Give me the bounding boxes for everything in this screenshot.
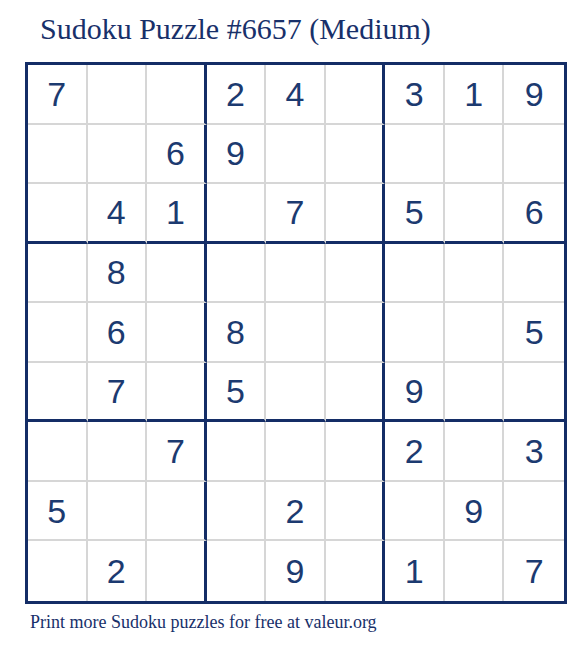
cell-r9c3 xyxy=(147,541,207,601)
cell-r4c6 xyxy=(326,244,386,304)
cell-r6c3 xyxy=(147,363,207,423)
cell-r1c6 xyxy=(326,65,386,125)
cell-r4c5 xyxy=(266,244,326,304)
cell-r9c4 xyxy=(207,541,267,601)
cell-r6c2: 7 xyxy=(88,363,148,423)
cell-r9c6 xyxy=(326,541,386,601)
cell-r1c1: 7 xyxy=(28,65,88,125)
cell-r9c9: 7 xyxy=(504,541,564,601)
cell-r4c1 xyxy=(28,244,88,304)
sudoku-page: Sudoku Puzzle #6657 (Medium) 72431969417… xyxy=(0,0,574,651)
cell-r5c5 xyxy=(266,303,326,363)
cell-r2c7 xyxy=(385,125,445,185)
cell-r7c8 xyxy=(445,422,505,482)
cell-r1c9: 9 xyxy=(504,65,564,125)
cell-r6c6 xyxy=(326,363,386,423)
cell-r6c4: 5 xyxy=(207,363,267,423)
page-title: Sudoku Puzzle #6657 (Medium) xyxy=(40,12,431,46)
cell-r4c8 xyxy=(445,244,505,304)
cell-r4c2: 8 xyxy=(88,244,148,304)
cell-r7c2 xyxy=(88,422,148,482)
cell-r6c8 xyxy=(445,363,505,423)
cell-r5c3 xyxy=(147,303,207,363)
cell-r2c1 xyxy=(28,125,88,185)
cell-r3c7: 5 xyxy=(385,184,445,244)
cell-r1c2 xyxy=(88,65,148,125)
cell-r3c1 xyxy=(28,184,88,244)
cell-r3c8 xyxy=(445,184,505,244)
cell-r8c4 xyxy=(207,482,267,542)
cell-r2c8 xyxy=(445,125,505,185)
cell-r8c6 xyxy=(326,482,386,542)
cell-r8c9 xyxy=(504,482,564,542)
cell-r5c4: 8 xyxy=(207,303,267,363)
cell-r4c7 xyxy=(385,244,445,304)
cell-r9c2: 2 xyxy=(88,541,148,601)
cell-r1c3 xyxy=(147,65,207,125)
cell-r5c9: 5 xyxy=(504,303,564,363)
cell-r6c9 xyxy=(504,363,564,423)
sudoku-board: 724319694175686857597235292917 xyxy=(25,62,567,604)
cell-r7c7: 2 xyxy=(385,422,445,482)
cell-r8c7 xyxy=(385,482,445,542)
cell-r1c5: 4 xyxy=(266,65,326,125)
cell-r1c4: 2 xyxy=(207,65,267,125)
cell-r4c3 xyxy=(147,244,207,304)
cell-r2c4: 9 xyxy=(207,125,267,185)
cell-r6c7: 9 xyxy=(385,363,445,423)
cell-r3c4 xyxy=(207,184,267,244)
cell-r3c9: 6 xyxy=(504,184,564,244)
cell-r2c6 xyxy=(326,125,386,185)
footer-text: Print more Sudoku puzzles for free at va… xyxy=(30,612,377,633)
cell-r8c1: 5 xyxy=(28,482,88,542)
cell-r7c9: 3 xyxy=(504,422,564,482)
cell-r3c2: 4 xyxy=(88,184,148,244)
cell-r3c6 xyxy=(326,184,386,244)
cell-r9c1 xyxy=(28,541,88,601)
cell-r7c3: 7 xyxy=(147,422,207,482)
cell-r8c5: 2 xyxy=(266,482,326,542)
cell-r4c4 xyxy=(207,244,267,304)
cell-r8c2 xyxy=(88,482,148,542)
cell-r2c5 xyxy=(266,125,326,185)
cell-r9c5: 9 xyxy=(266,541,326,601)
cell-r2c3: 6 xyxy=(147,125,207,185)
cell-r5c2: 6 xyxy=(88,303,148,363)
cell-r5c7 xyxy=(385,303,445,363)
cell-r7c1 xyxy=(28,422,88,482)
cell-r2c2 xyxy=(88,125,148,185)
cell-r5c1 xyxy=(28,303,88,363)
cell-r9c7: 1 xyxy=(385,541,445,601)
cell-r8c8: 9 xyxy=(445,482,505,542)
cell-r1c7: 3 xyxy=(385,65,445,125)
cell-r3c3: 1 xyxy=(147,184,207,244)
cell-r5c8 xyxy=(445,303,505,363)
cell-r4c9 xyxy=(504,244,564,304)
cell-r7c6 xyxy=(326,422,386,482)
cell-r6c5 xyxy=(266,363,326,423)
cell-r2c9 xyxy=(504,125,564,185)
cell-r7c4 xyxy=(207,422,267,482)
cell-r1c8: 1 xyxy=(445,65,505,125)
cell-r6c1 xyxy=(28,363,88,423)
cell-r7c5 xyxy=(266,422,326,482)
cell-r8c3 xyxy=(147,482,207,542)
cell-r9c8 xyxy=(445,541,505,601)
cell-r5c6 xyxy=(326,303,386,363)
cell-r3c5: 7 xyxy=(266,184,326,244)
